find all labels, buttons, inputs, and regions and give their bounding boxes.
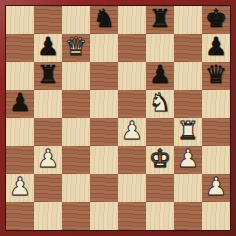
square-c2[interactable] (62, 174, 90, 202)
square-c6[interactable] (62, 62, 90, 90)
black-rook[interactable]: ♜ (149, 6, 171, 33)
square-a6[interactable] (6, 62, 34, 90)
square-e6[interactable] (118, 62, 146, 90)
square-f7[interactable] (146, 34, 174, 62)
square-g3[interactable]: ♟ (174, 146, 202, 174)
square-f3[interactable]: ♚ (146, 146, 174, 174)
square-b3[interactable]: ♟ (34, 146, 62, 174)
black-queen[interactable]: ♛ (205, 62, 227, 89)
square-c5[interactable] (62, 90, 90, 118)
square-b8[interactable] (34, 6, 62, 34)
white-pawn[interactable]: ♟ (121, 118, 143, 145)
square-h4[interactable] (202, 118, 230, 146)
white-pawn[interactable]: ♟ (177, 146, 199, 173)
square-h5[interactable] (202, 90, 230, 118)
square-d7[interactable] (90, 34, 118, 62)
white-knight[interactable]: ♞ (149, 90, 171, 117)
square-b1[interactable] (34, 202, 62, 230)
square-f2[interactable] (146, 174, 174, 202)
square-b7[interactable]: ♟ (34, 34, 62, 62)
square-b6[interactable]: ♜ (34, 62, 62, 90)
square-e8[interactable] (118, 6, 146, 34)
white-king[interactable]: ♚ (149, 146, 171, 173)
square-d6[interactable] (90, 62, 118, 90)
square-e2[interactable] (118, 174, 146, 202)
square-c7[interactable]: ♛ (62, 34, 90, 62)
black-pawn[interactable]: ♟ (149, 62, 171, 89)
square-e4[interactable]: ♟ (118, 118, 146, 146)
square-h7[interactable]: ♟ (202, 34, 230, 62)
white-pawn[interactable]: ♟ (37, 146, 59, 173)
square-h2[interactable]: ♟ (202, 174, 230, 202)
square-g7[interactable] (174, 34, 202, 62)
square-a2[interactable]: ♟ (6, 174, 34, 202)
square-c4[interactable] (62, 118, 90, 146)
square-d2[interactable] (90, 174, 118, 202)
square-a4[interactable] (6, 118, 34, 146)
square-c3[interactable] (62, 146, 90, 174)
black-knight[interactable]: ♞ (93, 6, 115, 33)
square-f8[interactable]: ♜ (146, 6, 174, 34)
square-a8[interactable] (6, 6, 34, 34)
square-d1[interactable] (90, 202, 118, 230)
black-pawn[interactable]: ♟ (9, 90, 31, 117)
square-g8[interactable] (174, 6, 202, 34)
square-h1[interactable] (202, 202, 230, 230)
square-b2[interactable] (34, 174, 62, 202)
square-b4[interactable] (34, 118, 62, 146)
square-h8[interactable]: ♚ (202, 6, 230, 34)
square-e1[interactable] (118, 202, 146, 230)
square-f6[interactable]: ♟ (146, 62, 174, 90)
square-c1[interactable] (62, 202, 90, 230)
square-a7[interactable] (6, 34, 34, 62)
square-a3[interactable] (6, 146, 34, 174)
square-d3[interactable] (90, 146, 118, 174)
square-d5[interactable] (90, 90, 118, 118)
square-g2[interactable] (174, 174, 202, 202)
square-g5[interactable] (174, 90, 202, 118)
square-h6[interactable]: ♛ (202, 62, 230, 90)
square-e7[interactable] (118, 34, 146, 62)
chess-board: ♞♜♚♟♛♟♜♟♛♟♞♟♜♟♚♟♟♟ (6, 6, 230, 230)
square-f4[interactable] (146, 118, 174, 146)
black-pawn[interactable]: ♟ (37, 34, 59, 61)
white-rook[interactable]: ♜ (177, 118, 199, 145)
white-pawn[interactable]: ♟ (9, 174, 31, 201)
square-f1[interactable] (146, 202, 174, 230)
square-e5[interactable] (118, 90, 146, 118)
black-king[interactable]: ♚ (205, 6, 227, 33)
black-pawn[interactable]: ♟ (205, 34, 227, 61)
square-f5[interactable]: ♞ (146, 90, 174, 118)
square-d8[interactable]: ♞ (90, 6, 118, 34)
black-rook[interactable]: ♜ (37, 62, 59, 89)
square-a1[interactable] (6, 202, 34, 230)
square-d4[interactable] (90, 118, 118, 146)
square-b5[interactable] (34, 90, 62, 118)
square-e3[interactable] (118, 146, 146, 174)
square-g4[interactable]: ♜ (174, 118, 202, 146)
square-h3[interactable] (202, 146, 230, 174)
square-g1[interactable] (174, 202, 202, 230)
board-frame: ♞♜♚♟♛♟♜♟♛♟♞♟♜♟♚♟♟♟ (0, 0, 236, 236)
square-c8[interactable] (62, 6, 90, 34)
square-g6[interactable] (174, 62, 202, 90)
square-a5[interactable]: ♟ (6, 90, 34, 118)
white-queen[interactable]: ♛ (65, 34, 87, 61)
white-pawn[interactable]: ♟ (205, 174, 227, 201)
